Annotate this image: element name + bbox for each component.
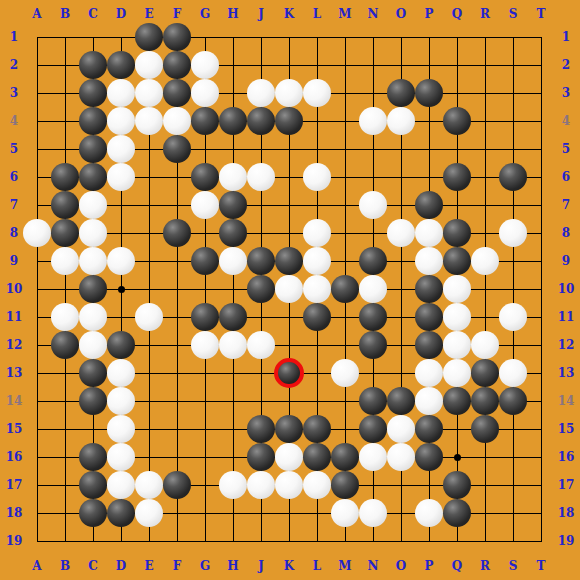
stone-white[interactable]	[303, 471, 331, 499]
stone-black[interactable]	[415, 191, 443, 219]
stone-white[interactable]	[303, 163, 331, 191]
go-board-app: AABBCCDDEEFFGGHHJJKKLLMMNNOOPPQQRRSSTT11…	[0, 0, 580, 580]
row-label-right: 19	[554, 533, 578, 549]
stone-white[interactable]	[275, 79, 303, 107]
stone-black[interactable]	[275, 107, 303, 135]
row-label-right: 7	[554, 197, 578, 213]
col-label-top: C	[81, 6, 105, 22]
stone-white[interactable]	[415, 499, 443, 527]
stone-black[interactable]	[499, 163, 527, 191]
stone-white[interactable]	[219, 471, 247, 499]
col-label-bottom: C	[81, 558, 105, 574]
row-label-left: 13	[2, 365, 26, 381]
stone-black[interactable]	[51, 331, 79, 359]
row-label-right: 4	[554, 113, 578, 129]
stone-black[interactable]	[79, 275, 107, 303]
row-label-right: 1	[554, 29, 578, 45]
stone-white[interactable]	[107, 387, 135, 415]
stone-white[interactable]	[275, 471, 303, 499]
stone-black[interactable]	[135, 23, 163, 51]
stone-black[interactable]	[163, 51, 191, 79]
col-label-bottom: B	[53, 558, 77, 574]
stone-white[interactable]	[107, 79, 135, 107]
col-label-top: B	[53, 6, 77, 22]
stone-black[interactable]	[359, 331, 387, 359]
stone-white[interactable]	[51, 303, 79, 331]
stone-black[interactable]	[51, 163, 79, 191]
col-label-top: J	[249, 6, 273, 22]
stone-black[interactable]	[443, 387, 471, 415]
row-label-left: 19	[2, 533, 26, 549]
stone-black[interactable]	[247, 275, 275, 303]
stone-white[interactable]	[163, 107, 191, 135]
stone-black[interactable]	[51, 219, 79, 247]
stone-black[interactable]	[443, 107, 471, 135]
stone-black[interactable]	[163, 135, 191, 163]
row-label-right: 9	[554, 253, 578, 269]
stone-black[interactable]	[191, 247, 219, 275]
stone-black[interactable]	[219, 107, 247, 135]
stone-white[interactable]	[107, 359, 135, 387]
stone-black[interactable]	[443, 499, 471, 527]
stone-white[interactable]	[219, 247, 247, 275]
stone-white[interactable]	[499, 219, 527, 247]
stone-black[interactable]	[359, 247, 387, 275]
col-label-top: T	[529, 6, 553, 22]
stone-white[interactable]	[359, 443, 387, 471]
col-label-bottom: L	[305, 558, 329, 574]
stone-black[interactable]	[331, 275, 359, 303]
col-label-bottom: E	[137, 558, 161, 574]
col-label-top: Q	[445, 6, 469, 22]
stone-black[interactable]	[387, 387, 415, 415]
stone-black[interactable]	[387, 79, 415, 107]
stone-white[interactable]	[135, 107, 163, 135]
row-label-right: 8	[554, 225, 578, 241]
row-label-right: 12	[554, 337, 578, 353]
stone-black[interactable]	[359, 303, 387, 331]
stone-white[interactable]	[135, 471, 163, 499]
stone-black[interactable]	[79, 135, 107, 163]
col-label-top: S	[501, 6, 525, 22]
stone-white[interactable]	[359, 107, 387, 135]
col-label-bottom: J	[249, 558, 273, 574]
stone-black[interactable]	[79, 51, 107, 79]
stone-white[interactable]	[79, 331, 107, 359]
star-point	[118, 286, 125, 293]
stone-white[interactable]	[275, 443, 303, 471]
row-label-left: 12	[2, 337, 26, 353]
col-label-bottom: M	[333, 558, 357, 574]
stone-white[interactable]	[303, 275, 331, 303]
row-label-right: 2	[554, 57, 578, 73]
col-label-bottom: Q	[445, 558, 469, 574]
stone-black[interactable]	[79, 387, 107, 415]
stone-black[interactable]	[79, 107, 107, 135]
stone-black[interactable]	[303, 415, 331, 443]
row-label-left: 10	[2, 281, 26, 297]
stone-white[interactable]	[135, 499, 163, 527]
stone-white[interactable]	[443, 359, 471, 387]
row-label-left: 4	[2, 113, 26, 129]
stone-white[interactable]	[107, 135, 135, 163]
stone-black[interactable]	[471, 387, 499, 415]
stone-black[interactable]	[163, 23, 191, 51]
stone-black[interactable]	[331, 471, 359, 499]
stone-white[interactable]	[443, 275, 471, 303]
row-label-left: 7	[2, 197, 26, 213]
stone-white[interactable]	[191, 79, 219, 107]
stone-black[interactable]	[219, 303, 247, 331]
row-label-left: 9	[2, 253, 26, 269]
stone-white[interactable]	[247, 79, 275, 107]
stone-black[interactable]	[275, 415, 303, 443]
stone-white[interactable]	[79, 303, 107, 331]
row-label-left: 1	[2, 29, 26, 45]
stone-black[interactable]	[415, 415, 443, 443]
stone-black[interactable]	[163, 79, 191, 107]
stone-black[interactable]	[415, 331, 443, 359]
stone-black[interactable]	[415, 275, 443, 303]
col-label-bottom: P	[417, 558, 441, 574]
row-label-right: 16	[554, 449, 578, 465]
stone-black[interactable]	[499, 387, 527, 415]
stone-white[interactable]	[191, 51, 219, 79]
col-label-top: A	[25, 6, 49, 22]
stone-white[interactable]	[303, 79, 331, 107]
stone-white[interactable]	[107, 415, 135, 443]
stone-white[interactable]	[247, 163, 275, 191]
stone-black[interactable]	[359, 415, 387, 443]
stone-white[interactable]	[135, 79, 163, 107]
row-label-left: 18	[2, 505, 26, 521]
row-label-left: 11	[2, 309, 26, 325]
stone-black[interactable]	[303, 443, 331, 471]
stone-white[interactable]	[415, 247, 443, 275]
stone-white[interactable]	[387, 219, 415, 247]
col-label-top: N	[361, 6, 385, 22]
row-label-left: 17	[2, 477, 26, 493]
stone-white[interactable]	[471, 331, 499, 359]
stone-black[interactable]	[443, 219, 471, 247]
stone-black[interactable]	[303, 303, 331, 331]
row-label-left: 3	[2, 85, 26, 101]
stone-black[interactable]	[471, 415, 499, 443]
col-label-bottom: H	[221, 558, 245, 574]
col-label-bottom: A	[25, 558, 49, 574]
col-label-top: K	[277, 6, 301, 22]
stone-white[interactable]	[387, 415, 415, 443]
col-label-bottom: T	[529, 558, 553, 574]
col-label-top: L	[305, 6, 329, 22]
stone-white[interactable]	[219, 163, 247, 191]
col-label-bottom: K	[277, 558, 301, 574]
row-label-left: 2	[2, 57, 26, 73]
col-label-bottom: N	[361, 558, 385, 574]
stone-black[interactable]	[247, 443, 275, 471]
stone-white[interactable]	[79, 191, 107, 219]
stone-white[interactable]	[135, 51, 163, 79]
stone-white[interactable]	[135, 303, 163, 331]
stone-white[interactable]	[23, 219, 51, 247]
row-label-right: 3	[554, 85, 578, 101]
stone-black[interactable]	[79, 163, 107, 191]
stone-black[interactable]	[415, 303, 443, 331]
col-label-bottom: D	[109, 558, 133, 574]
stone-white[interactable]	[387, 107, 415, 135]
col-label-bottom: O	[389, 558, 413, 574]
stone-black[interactable]	[247, 247, 275, 275]
stone-white[interactable]	[387, 443, 415, 471]
stone-white[interactable]	[247, 471, 275, 499]
stone-white[interactable]	[275, 275, 303, 303]
stone-white[interactable]	[191, 191, 219, 219]
stone-white[interactable]	[359, 191, 387, 219]
stone-black[interactable]	[191, 163, 219, 191]
stone-black[interactable]	[219, 219, 247, 247]
stone-black[interactable]	[191, 303, 219, 331]
col-label-bottom: R	[473, 558, 497, 574]
col-label-top: H	[221, 6, 245, 22]
stone-white[interactable]	[79, 247, 107, 275]
row-label-right: 14	[554, 393, 578, 409]
stone-black[interactable]	[107, 51, 135, 79]
col-label-top: F	[165, 6, 189, 22]
stone-white[interactable]	[107, 471, 135, 499]
col-label-top: D	[109, 6, 133, 22]
row-label-left: 15	[2, 421, 26, 437]
stone-black[interactable]	[79, 499, 107, 527]
stone-black[interactable]	[163, 219, 191, 247]
row-label-left: 5	[2, 141, 26, 157]
row-label-right: 18	[554, 505, 578, 521]
stone-white[interactable]	[79, 219, 107, 247]
col-label-bottom: G	[193, 558, 217, 574]
stone-white[interactable]	[107, 247, 135, 275]
stone-black[interactable]	[247, 415, 275, 443]
row-label-right: 17	[554, 477, 578, 493]
stone-black[interactable]	[247, 107, 275, 135]
stone-black[interactable]	[331, 443, 359, 471]
stone-white[interactable]	[331, 499, 359, 527]
stone-black[interactable]	[443, 471, 471, 499]
row-label-right: 5	[554, 141, 578, 157]
col-label-top: O	[389, 6, 413, 22]
stone-black[interactable]	[359, 387, 387, 415]
col-label-top: G	[193, 6, 217, 22]
row-label-right: 15	[554, 421, 578, 437]
stone-black[interactable]	[415, 443, 443, 471]
stone-white[interactable]	[443, 303, 471, 331]
stone-white[interactable]	[191, 331, 219, 359]
stone-black[interactable]	[79, 471, 107, 499]
stone-black[interactable]	[443, 247, 471, 275]
stone-black[interactable]	[107, 331, 135, 359]
stone-white[interactable]	[303, 219, 331, 247]
stone-black[interactable]	[471, 359, 499, 387]
stone-white[interactable]	[51, 247, 79, 275]
stone-white[interactable]	[107, 443, 135, 471]
stone-white[interactable]	[359, 499, 387, 527]
row-label-right: 11	[554, 309, 578, 325]
row-label-right: 10	[554, 281, 578, 297]
stone-black[interactable]	[79, 443, 107, 471]
col-label-bottom: S	[501, 558, 525, 574]
last-move-stone[interactable]	[274, 358, 304, 388]
row-label-left: 6	[2, 169, 26, 185]
stone-white[interactable]	[107, 107, 135, 135]
stone-white[interactable]	[219, 331, 247, 359]
row-label-right: 13	[554, 365, 578, 381]
col-label-bottom: F	[165, 558, 189, 574]
col-label-top: M	[333, 6, 357, 22]
stone-white[interactable]	[247, 331, 275, 359]
stone-white[interactable]	[107, 163, 135, 191]
star-point	[454, 454, 461, 461]
col-label-top: R	[473, 6, 497, 22]
col-label-top: P	[417, 6, 441, 22]
row-label-right: 6	[554, 169, 578, 185]
stone-black[interactable]	[443, 163, 471, 191]
stone-white[interactable]	[499, 359, 527, 387]
stone-black[interactable]	[79, 79, 107, 107]
stone-white[interactable]	[303, 247, 331, 275]
stone-black[interactable]	[51, 191, 79, 219]
stone-black[interactable]	[107, 499, 135, 527]
stone-black[interactable]	[219, 191, 247, 219]
stone-black[interactable]	[191, 107, 219, 135]
row-label-left: 16	[2, 449, 26, 465]
stone-white[interactable]	[499, 303, 527, 331]
stone-white[interactable]	[331, 359, 359, 387]
stone-white[interactable]	[359, 275, 387, 303]
stone-white[interactable]	[443, 331, 471, 359]
stone-white[interactable]	[415, 387, 443, 415]
col-label-top: E	[137, 6, 161, 22]
stone-black[interactable]	[163, 471, 191, 499]
stone-white[interactable]	[415, 219, 443, 247]
stone-black[interactable]	[415, 79, 443, 107]
stone-black[interactable]	[275, 247, 303, 275]
stone-white[interactable]	[415, 359, 443, 387]
row-label-left: 14	[2, 393, 26, 409]
stone-black[interactable]	[79, 359, 107, 387]
stone-white[interactable]	[471, 247, 499, 275]
